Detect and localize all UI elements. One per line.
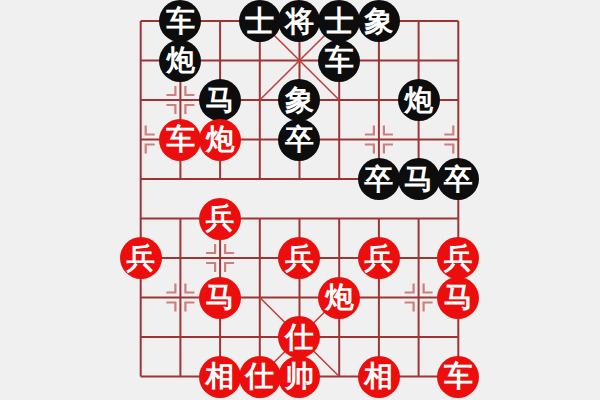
piece-red-马[interactable]: 马 — [199, 277, 241, 319]
piece-grid: 车士将士象炮车马象炮卒卒马卒车炮兵兵兵兵兵马炮马仕相仕帅相车 — [121, 1, 478, 396]
piece-black-炮[interactable]: 炮 — [398, 79, 440, 121]
piece-black-象[interactable]: 象 — [278, 79, 320, 121]
piece-red-相[interactable]: 相 — [358, 356, 400, 398]
piece-red-炮[interactable]: 炮 — [318, 277, 360, 319]
piece-red-兵[interactable]: 兵 — [120, 237, 162, 279]
piece-black-象[interactable]: 象 — [358, 0, 400, 42]
piece-black-卒[interactable]: 卒 — [437, 158, 479, 200]
piece-red-车[interactable]: 车 — [159, 119, 201, 161]
piece-black-车[interactable]: 车 — [159, 0, 201, 42]
piece-black-炮[interactable]: 炮 — [159, 40, 201, 82]
piece-red-相[interactable]: 相 — [199, 356, 241, 398]
piece-red-马[interactable]: 马 — [437, 277, 479, 319]
piece-black-将[interactable]: 将 — [278, 0, 320, 42]
piece-black-车[interactable]: 车 — [318, 40, 360, 82]
piece-red-兵[interactable]: 兵 — [199, 198, 241, 240]
piece-red-炮[interactable]: 炮 — [199, 119, 241, 161]
piece-red-帅[interactable]: 帅 — [278, 356, 320, 398]
piece-black-马[interactable]: 马 — [199, 79, 241, 121]
piece-red-仕[interactable]: 仕 — [239, 356, 281, 398]
piece-red-兵[interactable]: 兵 — [358, 237, 400, 279]
piece-black-卒[interactable]: 卒 — [278, 119, 320, 161]
piece-red-仕[interactable]: 仕 — [278, 316, 320, 358]
piece-red-车[interactable]: 车 — [437, 356, 479, 398]
piece-black-士[interactable]: 士 — [239, 0, 281, 42]
piece-black-马[interactable]: 马 — [398, 158, 440, 200]
piece-black-卒[interactable]: 卒 — [358, 158, 400, 200]
xiangqi-board: 车士将士象炮车马象炮卒卒马卒车炮兵兵兵兵兵马炮马仕相仕帅相车 — [0, 0, 600, 400]
piece-red-兵[interactable]: 兵 — [437, 237, 479, 279]
piece-black-士[interactable]: 士 — [318, 0, 360, 42]
piece-red-兵[interactable]: 兵 — [278, 237, 320, 279]
